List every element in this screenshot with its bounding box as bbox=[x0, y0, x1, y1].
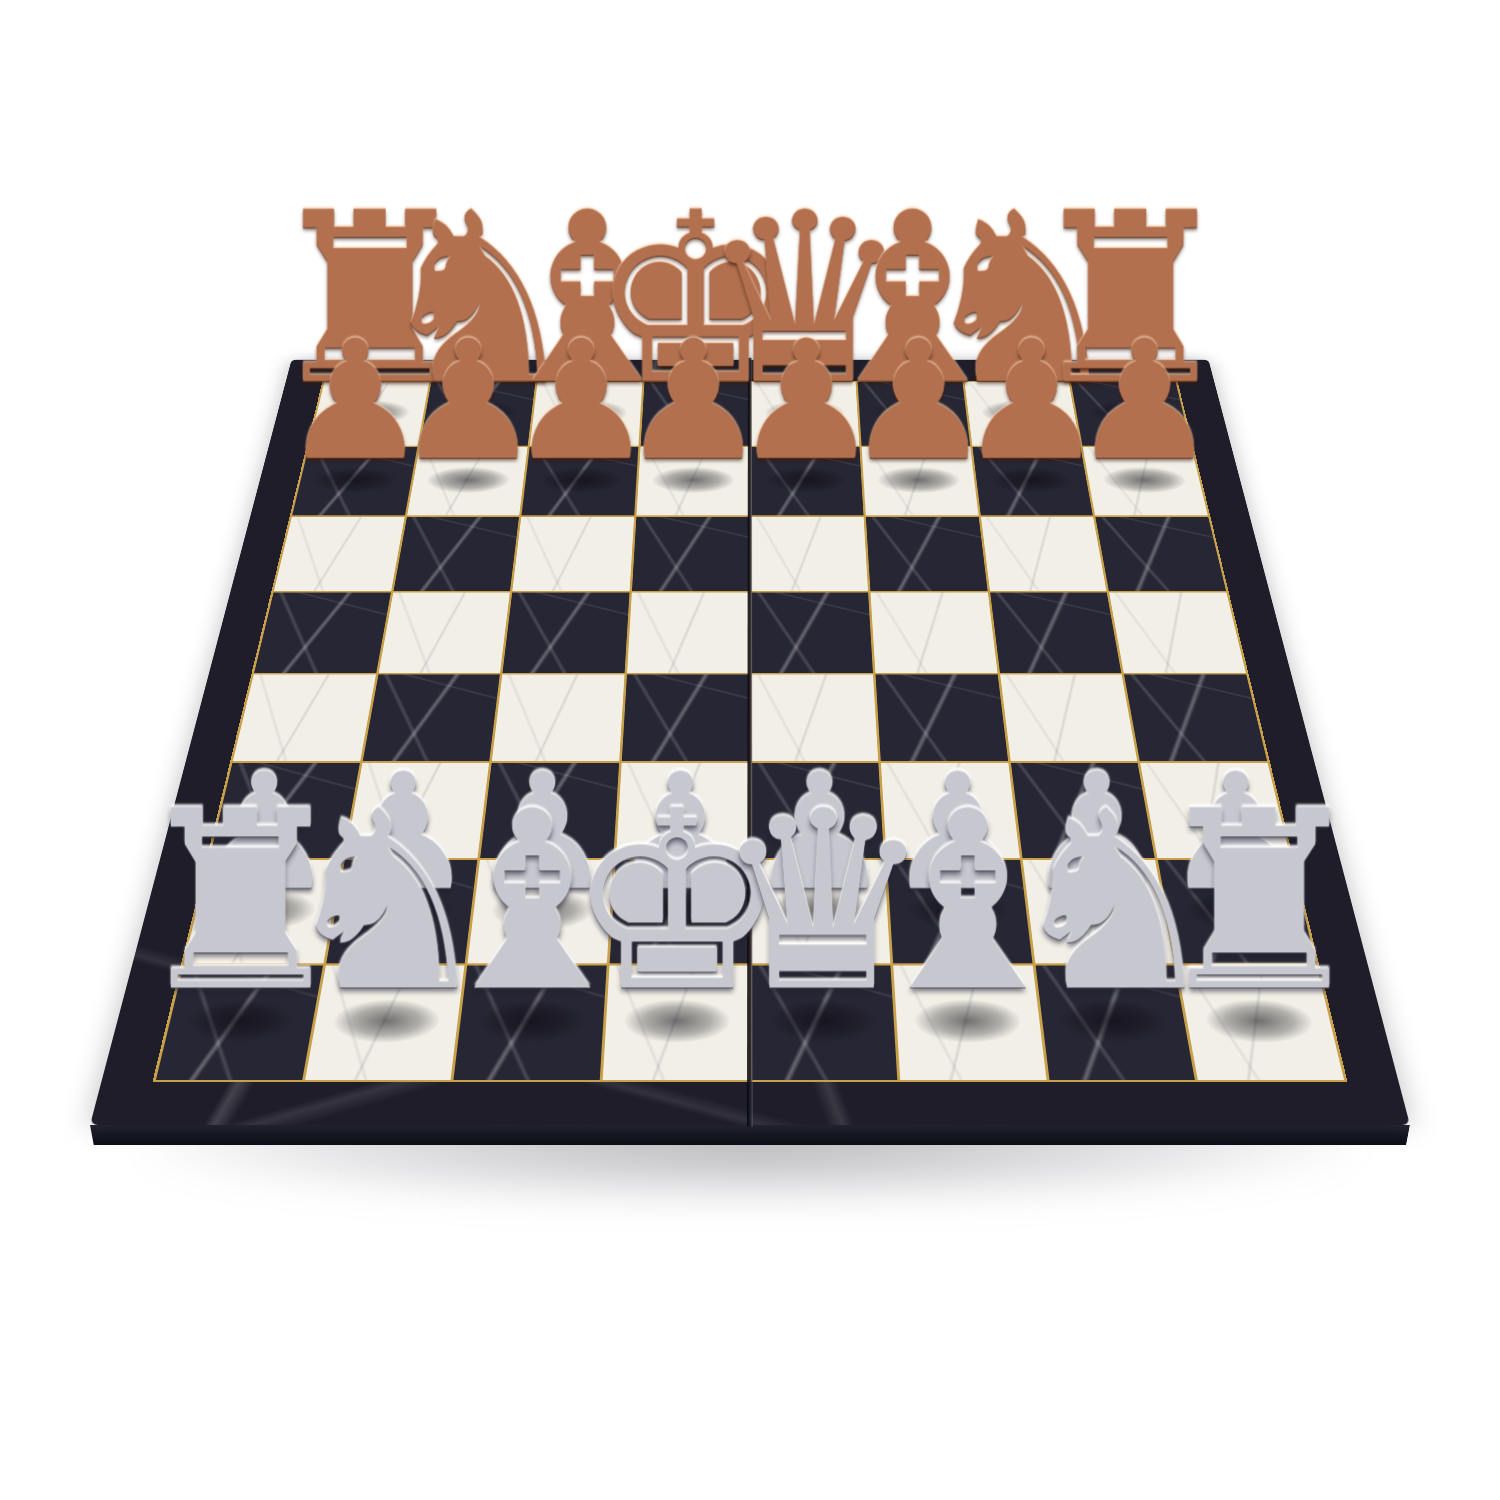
square-c6[interactable] bbox=[513, 517, 634, 591]
square-b6[interactable] bbox=[393, 517, 519, 591]
square-f6[interactable] bbox=[866, 517, 987, 591]
square-a5[interactable] bbox=[254, 592, 390, 672]
square-a6[interactable] bbox=[274, 517, 404, 591]
square-g5[interactable] bbox=[990, 592, 1122, 672]
square-d5[interactable] bbox=[627, 592, 749, 672]
board-marble-border: ♜♞♝♚♛♝♞♜♟♟♟♟♟♟♟♟♟♟♟♟♟♟♟♟♜♞♝♚♛♝♞♜ bbox=[90, 360, 1410, 1125]
square-g6[interactable] bbox=[981, 517, 1107, 591]
square-e5[interactable] bbox=[751, 592, 873, 672]
product-photo-scene: ♜♞♝♚♛♝♞♜♟♟♟♟♟♟♟♟♟♟♟♟♟♟♟♟♜♞♝♚♛♝♞♜ bbox=[0, 0, 1500, 1500]
piece-copper-pawn[interactable]: ♟ bbox=[1070, 323, 1218, 480]
square-d6[interactable] bbox=[632, 517, 749, 591]
square-h1[interactable]: ♜ bbox=[1177, 966, 1344, 1080]
square-h6[interactable] bbox=[1096, 517, 1226, 591]
square-f5[interactable] bbox=[871, 592, 998, 672]
square-c5[interactable] bbox=[503, 592, 630, 672]
piece-silver-rook[interactable]: ♜ bbox=[1148, 785, 1370, 1020]
square-e6[interactable] bbox=[751, 517, 868, 591]
board-front-edge bbox=[90, 1125, 1410, 1145]
square-h7[interactable]: ♟ bbox=[1083, 447, 1208, 515]
square-h5[interactable] bbox=[1109, 592, 1245, 672]
square-b5[interactable] bbox=[378, 592, 510, 672]
chess-board: ♜♞♝♚♛♝♞♜♟♟♟♟♟♟♟♟♟♟♟♟♟♟♟♟♜♞♝♚♛♝♞♜ bbox=[90, 360, 1410, 1125]
